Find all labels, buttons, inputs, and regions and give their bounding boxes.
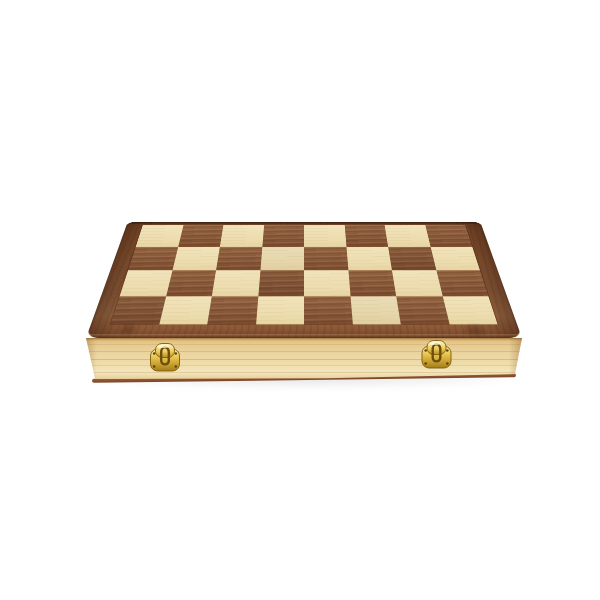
board-square-light — [212, 270, 260, 296]
brass-clasp-left-icon — [149, 342, 181, 373]
board-square-light — [392, 270, 442, 296]
board-square-dark — [110, 296, 165, 324]
board-square-dark — [258, 270, 304, 296]
board-square-dark — [436, 270, 488, 296]
board-square-dark — [178, 225, 224, 247]
board-square-light — [260, 247, 304, 271]
board-square-dark — [128, 247, 178, 271]
board-square-dark — [344, 225, 388, 247]
board-square-light — [159, 296, 212, 324]
board-square-light — [304, 225, 346, 247]
board-square-light — [350, 296, 401, 324]
board-square-dark — [396, 296, 449, 324]
board-square-dark — [348, 270, 396, 296]
board-square-dark — [425, 225, 472, 247]
board-square-light — [346, 247, 392, 271]
board-square-light — [430, 247, 480, 271]
checkerboard — [110, 225, 497, 324]
board-square-dark — [216, 247, 262, 271]
board-square-light — [120, 270, 172, 296]
lid-front-bevel — [86, 334, 522, 338]
board-square-light — [220, 225, 264, 247]
board-square-dark — [207, 296, 258, 324]
board-square-dark — [304, 247, 348, 271]
board-square-dark — [388, 247, 436, 271]
photo-canvas — [0, 0, 600, 600]
board-square-dark — [304, 296, 352, 324]
board-square-light — [172, 247, 220, 271]
brass-clasp-right-icon — [420, 339, 453, 370]
board-square-light — [304, 270, 350, 296]
chess-box-lid — [86, 222, 522, 338]
board-square-light — [256, 296, 304, 324]
board-square-light — [385, 225, 431, 247]
board-square-light — [442, 296, 497, 324]
lid-back-edge — [127, 222, 481, 224]
board-square-light — [136, 225, 183, 247]
board-square-dark — [262, 225, 304, 247]
board-square-dark — [166, 270, 216, 296]
